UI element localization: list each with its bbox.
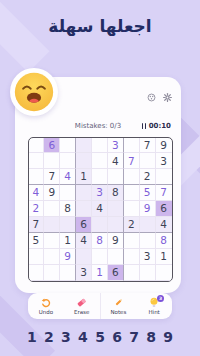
sudoku-cell-r3c8[interactable]: 2 <box>140 169 156 185</box>
sudoku-cell-r6c9[interactable]: 4 <box>156 217 172 233</box>
sudoku-cell-r2c8[interactable] <box>140 153 156 169</box>
status-bar: Mistakes: 0/3 00:10 <box>15 122 181 134</box>
undo-label: Undo <box>39 309 53 315</box>
sudoku-cell-r2c5[interactable] <box>92 153 108 169</box>
background-stripe <box>0 0 49 72</box>
sudoku-cell-r5c2[interactable] <box>44 201 60 217</box>
sudoku-cell-r6c3[interactable] <box>60 217 76 233</box>
sudoku-cell-r1c6[interactable]: 3 <box>108 138 124 154</box>
sudoku-cell-r8c6[interactable] <box>108 249 124 265</box>
numpad-digit-7[interactable]: 7 <box>129 329 139 345</box>
sudoku-cell-r9c7[interactable] <box>124 265 140 281</box>
numpad-digit-4[interactable]: 4 <box>78 329 88 345</box>
emoji-badge <box>10 68 58 116</box>
sudoku-cell-r6c4[interactable]: 6 <box>76 217 92 233</box>
sudoku-cell-r9c9[interactable] <box>156 265 172 281</box>
sudoku-cell-r7c5[interactable]: 8 <box>92 233 108 249</box>
sudoku-cell-r7c3[interactable]: 1 <box>60 233 76 249</box>
sudoku-cell-r2c7[interactable]: 7 <box>124 153 140 169</box>
sudoku-cell-r9c4[interactable]: 3 <box>76 265 92 281</box>
sudoku-cell-r7c8[interactable] <box>140 233 156 249</box>
undo-button[interactable]: Undo <box>28 293 64 319</box>
sudoku-cell-r1c4[interactable] <box>76 138 92 154</box>
sudoku-cell-r2c3[interactable] <box>60 153 76 169</box>
eraser-icon <box>76 297 87 308</box>
smiley-icon <box>14 72 54 112</box>
sudoku-cell-r5c7[interactable] <box>124 201 140 217</box>
sudoku-cell-r5c9[interactable]: 6 <box>156 201 172 217</box>
sudoku-cell-r6c5[interactable] <box>92 217 108 233</box>
pencil-icon <box>113 297 124 308</box>
sudoku-cell-r6c1[interactable]: 7 <box>29 217 45 233</box>
theme-palette-icon[interactable] <box>147 93 156 102</box>
sudoku-cell-r4c8[interactable]: 5 <box>140 185 156 201</box>
sudoku-cell-r3c9[interactable] <box>156 169 172 185</box>
sudoku-cell-r5c3[interactable]: 8 <box>60 201 76 217</box>
sudoku-cell-r6c2[interactable] <box>44 217 60 233</box>
undo-icon <box>41 297 51 308</box>
sudoku-grid: 63794737412493857284967624514898931316 <box>28 137 173 282</box>
sudoku-cell-r9c3[interactable] <box>60 265 76 281</box>
numpad-digit-9[interactable]: 9 <box>163 329 173 345</box>
sudoku-cell-r9c5[interactable]: 1 <box>92 265 108 281</box>
sudoku-cell-r1c9[interactable]: 9 <box>156 138 172 154</box>
notes-button[interactable]: Notes <box>100 293 137 319</box>
sudoku-cell-r1c7[interactable] <box>124 138 140 154</box>
sudoku-cell-r8c1[interactable] <box>29 249 45 265</box>
sudoku-cell-r6c8[interactable] <box>140 217 156 233</box>
sudoku-cell-r2c9[interactable]: 3 <box>156 153 172 169</box>
sudoku-cell-r5c8[interactable]: 9 <box>140 201 156 217</box>
sudoku-cell-r9c1[interactable] <box>29 265 45 281</box>
sudoku-cell-r4c7[interactable] <box>124 185 140 201</box>
numpad-digit-1[interactable]: 1 <box>27 329 37 345</box>
page-title: اجعلها سهلة <box>0 16 200 36</box>
sudoku-cell-r8c4[interactable] <box>76 249 92 265</box>
settings-gear-icon[interactable] <box>163 93 172 102</box>
sudoku-cell-r3c7[interactable] <box>124 169 140 185</box>
sudoku-cell-r1c2[interactable]: 6 <box>44 138 60 154</box>
sudoku-cell-r3c5[interactable] <box>92 169 108 185</box>
sudoku-cell-r4c5[interactable]: 3 <box>92 185 108 201</box>
numpad-digit-3[interactable]: 3 <box>61 329 71 345</box>
pause-icon[interactable] <box>142 123 147 129</box>
hint-button[interactable]: 3 Hint <box>136 293 172 319</box>
sudoku-cell-r4c4[interactable] <box>76 185 92 201</box>
sudoku-cell-r8c9[interactable]: 1 <box>156 249 172 265</box>
number-pad: 123456789 <box>27 329 173 345</box>
sudoku-cell-r2c4[interactable] <box>76 153 92 169</box>
numpad-digit-6[interactable]: 6 <box>112 329 122 345</box>
sudoku-cell-r5c1[interactable]: 2 <box>29 201 45 217</box>
erase-label: Erase <box>74 309 89 315</box>
sudoku-cell-r4c2[interactable]: 9 <box>44 185 60 201</box>
bulb-icon: 3 <box>149 297 159 308</box>
sudoku-cell-r4c1[interactable]: 4 <box>29 185 45 201</box>
sudoku-cell-r7c9[interactable]: 8 <box>156 233 172 249</box>
sudoku-cell-r8c2[interactable] <box>44 249 60 265</box>
sudoku-cell-r1c1[interactable] <box>29 138 45 154</box>
sudoku-cell-r6c7[interactable]: 2 <box>124 217 140 233</box>
hint-count-badge: 3 <box>157 295 164 302</box>
sudoku-cell-r9c8[interactable] <box>140 265 156 281</box>
sudoku-cell-r2c2[interactable] <box>44 153 60 169</box>
sudoku-cell-r4c9[interactable]: 7 <box>156 185 172 201</box>
sudoku-cell-r4c6[interactable]: 8 <box>108 185 124 201</box>
sudoku-cell-r5c4[interactable] <box>76 201 92 217</box>
numpad-digit-8[interactable]: 8 <box>146 329 156 345</box>
hint-label: Hint <box>148 309 159 315</box>
numpad-digit-2[interactable]: 2 <box>44 329 54 345</box>
timer: 00:10 <box>149 122 171 130</box>
sudoku-cell-r8c8[interactable]: 3 <box>140 249 156 265</box>
sudoku-cell-r1c5[interactable] <box>92 138 108 154</box>
sudoku-cell-r2c1[interactable] <box>29 153 45 169</box>
sudoku-cell-r7c1[interactable]: 5 <box>29 233 45 249</box>
sudoku-cell-r3c1[interactable] <box>29 169 45 185</box>
sudoku-cell-r1c3[interactable] <box>60 138 76 154</box>
sudoku-cell-r3c2[interactable]: 7 <box>44 169 60 185</box>
sudoku-cell-r7c2[interactable] <box>44 233 60 249</box>
sudoku-cell-r7c6[interactable]: 9 <box>108 233 124 249</box>
sudoku-cell-r7c7[interactable] <box>124 233 140 249</box>
sudoku-cell-r5c5[interactable]: 4 <box>92 201 108 217</box>
sudoku-cell-r1c8[interactable]: 7 <box>140 138 156 154</box>
sudoku-cell-r6c6[interactable] <box>108 217 124 233</box>
sudoku-cell-r3c3[interactable]: 4 <box>60 169 76 185</box>
sudoku-cell-r9c6[interactable]: 6 <box>108 265 124 281</box>
sudoku-cell-r4c3[interactable] <box>60 185 76 201</box>
sudoku-cell-r3c4[interactable]: 1 <box>76 169 92 185</box>
numpad-digit-5[interactable]: 5 <box>95 329 105 345</box>
sudoku-cell-r8c5[interactable] <box>92 249 108 265</box>
erase-button[interactable]: Erase <box>64 293 100 319</box>
sudoku-cell-r8c7[interactable] <box>124 249 140 265</box>
sudoku-cell-r8c3[interactable]: 9 <box>60 249 76 265</box>
sudoku-cell-r5c6[interactable] <box>108 201 124 217</box>
sudoku-cell-r2c6[interactable]: 4 <box>108 153 124 169</box>
sudoku-cell-r9c2[interactable] <box>44 265 60 281</box>
notes-label: Notes <box>110 309 126 315</box>
sudoku-cell-r3c6[interactable] <box>108 169 124 185</box>
sudoku-cell-r7c4[interactable]: 4 <box>76 233 92 249</box>
toolbar: Undo Erase Notes <box>28 293 172 319</box>
